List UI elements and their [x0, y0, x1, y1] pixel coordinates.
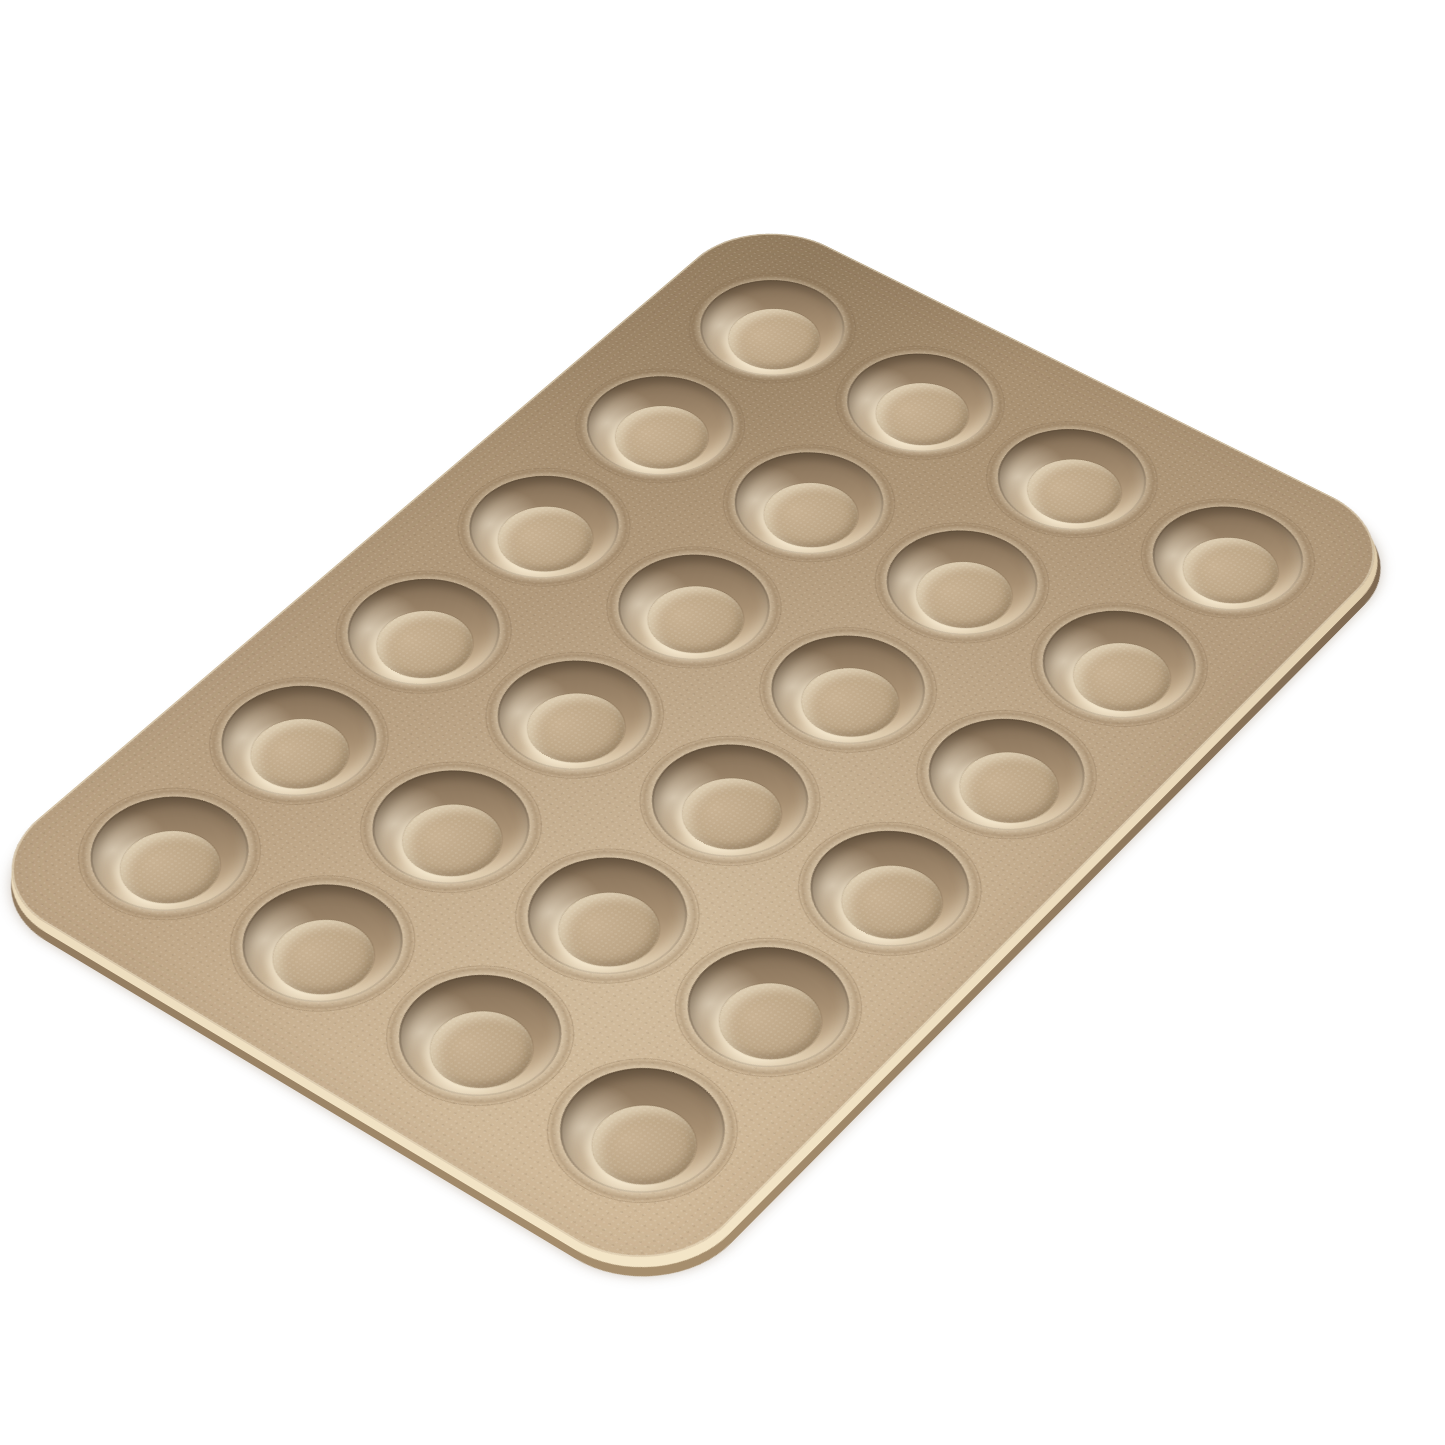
cup-floor [898, 549, 1031, 642]
cup-floor [628, 573, 762, 667]
cup-floor [745, 470, 877, 560]
cup-floor [100, 817, 241, 919]
cup-floor [508, 680, 645, 777]
cup-cavity [587, 534, 800, 682]
cup-floor [479, 494, 612, 585]
cup-floor [858, 371, 987, 458]
cup-floor [231, 705, 369, 803]
cup-floor [409, 996, 553, 1104]
cup-floor [357, 598, 492, 692]
cup-floor [699, 968, 842, 1075]
cup-floor [252, 905, 395, 1010]
cup-cavity [495, 835, 719, 999]
cup-floor [710, 297, 838, 382]
cup-grid [27, 244, 1359, 1243]
cup-floor [1165, 525, 1297, 617]
cup-floor [822, 851, 962, 954]
cup-floor [597, 394, 727, 482]
cup-floor [1009, 447, 1140, 537]
product-photo-scene [0, 0, 1445, 1445]
muffin-pan [0, 210, 1412, 1291]
cup-floor [538, 878, 679, 982]
cup-floor [382, 790, 522, 891]
cup-floor [1054, 630, 1189, 725]
cup-floor [940, 738, 1077, 837]
cup-floor [782, 655, 918, 751]
cup-floor [662, 764, 801, 864]
cup-floor [571, 1090, 717, 1201]
